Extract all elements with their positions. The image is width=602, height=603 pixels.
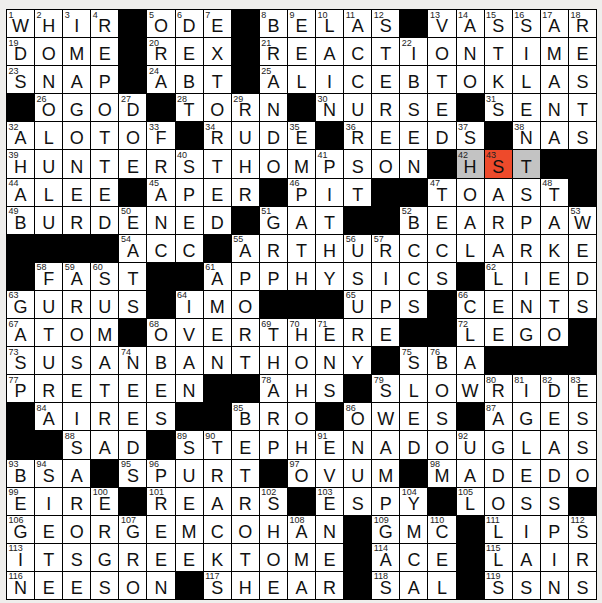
cell-r21-c4[interactable]: S bbox=[91, 572, 118, 599]
cell-r19-c4[interactable]: R bbox=[91, 516, 118, 543]
cell-r12-c7[interactable]: V bbox=[176, 319, 203, 346]
cell-r6-c1[interactable]: 39H bbox=[7, 150, 34, 177]
cell-r13-c1[interactable]: 73S bbox=[7, 347, 34, 374]
cell-r16-c19[interactable]: L bbox=[513, 431, 540, 458]
cell-r10-c15[interactable]: C bbox=[400, 263, 427, 290]
cell-r5-c20[interactable]: A bbox=[541, 122, 568, 149]
cell-r15-c6[interactable]: S bbox=[147, 403, 174, 430]
cell-r14-c12[interactable]: S bbox=[316, 375, 343, 402]
cell-r3-c1[interactable]: 23S bbox=[7, 66, 34, 93]
cell-r8-c5[interactable]: 50E bbox=[119, 207, 146, 234]
cell-r21-c11[interactable]: A bbox=[288, 572, 315, 599]
cell-r18-c10[interactable]: 102S bbox=[260, 488, 287, 515]
cell-r2-c8[interactable]: X bbox=[204, 38, 231, 65]
cell-r19-c8[interactable]: C bbox=[204, 516, 231, 543]
cell-r19-c6[interactable]: E bbox=[147, 516, 174, 543]
cell-r10-c4[interactable]: 60S bbox=[91, 263, 118, 290]
cell-r15-c3[interactable]: I bbox=[63, 403, 90, 430]
cell-r9-c11[interactable]: T bbox=[288, 235, 315, 262]
cell-r5-c6[interactable]: 33F bbox=[147, 122, 174, 149]
cell-r9-c14[interactable]: 57R bbox=[372, 235, 399, 262]
cell-r16-c20[interactable]: A bbox=[541, 431, 568, 458]
cell-r19-c10[interactable]: H bbox=[260, 516, 287, 543]
cell-r19-c14[interactable]: 109G bbox=[372, 516, 399, 543]
cell-r2-c11[interactable]: E bbox=[288, 38, 315, 65]
cell-r8-c10[interactable]: 51G bbox=[260, 207, 287, 234]
cell-r2-c20[interactable]: M bbox=[541, 38, 568, 65]
cell-r19-c12[interactable]: N bbox=[316, 516, 343, 543]
cell-r5-c3[interactable]: O bbox=[63, 122, 90, 149]
cell-r16-c4[interactable]: A bbox=[91, 431, 118, 458]
cell-r5-c16[interactable]: D bbox=[428, 122, 455, 149]
cell-r16-c9[interactable]: E bbox=[232, 431, 259, 458]
cell-r20-c9[interactable]: T bbox=[232, 544, 259, 571]
cell-r18-c12[interactable]: 103E bbox=[316, 488, 343, 515]
cell-r13-c5[interactable]: 74N bbox=[119, 347, 146, 374]
cell-r17-c5[interactable]: 95S bbox=[119, 460, 146, 487]
cell-r10-c14[interactable]: I bbox=[372, 263, 399, 290]
cell-r4-c20[interactable]: N bbox=[541, 94, 568, 121]
cell-r1-c12[interactable]: 10L bbox=[316, 10, 343, 37]
cell-r15-c13[interactable]: 86O bbox=[344, 403, 371, 430]
cell-r19-c11[interactable]: 108A bbox=[288, 516, 315, 543]
cell-r9-c9[interactable]: 55A bbox=[232, 235, 259, 262]
cell-r20-c21[interactable]: R bbox=[569, 544, 596, 571]
cell-r14-c1[interactable]: 77P bbox=[7, 375, 34, 402]
cell-r6-c17[interactable]: 42H bbox=[457, 150, 484, 177]
cell-r7-c8[interactable]: E bbox=[204, 179, 231, 206]
cell-r17-c3[interactable]: A bbox=[63, 460, 90, 487]
cell-r21-c14[interactable]: 118S bbox=[372, 572, 399, 599]
cell-r6-c5[interactable]: E bbox=[119, 150, 146, 177]
cell-r20-c1[interactable]: 113I bbox=[7, 544, 34, 571]
cell-r6-c15[interactable]: N bbox=[400, 150, 427, 177]
cell-r3-c7[interactable]: B bbox=[176, 66, 203, 93]
cell-r2-c18[interactable]: T bbox=[485, 38, 512, 65]
cell-r6-c6[interactable]: R bbox=[147, 150, 174, 177]
cell-r19-c18[interactable]: 111L bbox=[485, 516, 512, 543]
cell-r8-c4[interactable]: D bbox=[91, 207, 118, 234]
cell-r2-c4[interactable]: E bbox=[91, 38, 118, 65]
cell-r8-c11[interactable]: A bbox=[288, 207, 315, 234]
cell-r18-c8[interactable]: A bbox=[204, 488, 231, 515]
cell-r1-c14[interactable]: 12S bbox=[372, 10, 399, 37]
cell-r6-c4[interactable]: T bbox=[91, 150, 118, 177]
cell-r10-c19[interactable]: I bbox=[513, 263, 540, 290]
cell-r4-c16[interactable]: E bbox=[428, 94, 455, 121]
cell-r5-c10[interactable]: D bbox=[260, 122, 287, 149]
cell-r7-c4[interactable]: E bbox=[91, 179, 118, 206]
cell-r13-c8[interactable]: N bbox=[204, 347, 231, 374]
cell-r21-c19[interactable]: S bbox=[513, 572, 540, 599]
cell-r11-c21[interactable]: S bbox=[569, 291, 596, 318]
cell-r7-c7[interactable]: P bbox=[176, 179, 203, 206]
cell-r3-c12[interactable]: I bbox=[316, 66, 343, 93]
cell-r9-c6[interactable]: C bbox=[147, 235, 174, 262]
cell-r10-c16[interactable]: S bbox=[428, 263, 455, 290]
cell-r5-c19[interactable]: 38N bbox=[513, 122, 540, 149]
cell-r21-c1[interactable]: 116N bbox=[7, 572, 34, 599]
cell-r14-c17[interactable]: W bbox=[457, 375, 484, 402]
cell-r4-c7[interactable]: 28T bbox=[176, 94, 203, 121]
cell-r8-c15[interactable]: 52B bbox=[400, 207, 427, 234]
cell-r13-c12[interactable]: N bbox=[316, 347, 343, 374]
cell-r7-c19[interactable]: S bbox=[513, 179, 540, 206]
cell-r3-c11[interactable]: L bbox=[288, 66, 315, 93]
cell-r1-c21[interactable]: 18R bbox=[569, 10, 596, 37]
cell-r15-c14[interactable]: W bbox=[372, 403, 399, 430]
cell-r20-c18[interactable]: 115L bbox=[485, 544, 512, 571]
cell-r19-c2[interactable]: E bbox=[35, 516, 62, 543]
cell-r14-c19[interactable]: 81I bbox=[513, 375, 540, 402]
cell-r14-c11[interactable]: H bbox=[288, 375, 315, 402]
cell-r15-c10[interactable]: R bbox=[260, 403, 287, 430]
cell-r4-c15[interactable]: S bbox=[400, 94, 427, 121]
cell-r12-c2[interactable]: T bbox=[35, 319, 62, 346]
cell-r18-c14[interactable]: P bbox=[372, 488, 399, 515]
cell-r16-c21[interactable]: S bbox=[569, 431, 596, 458]
cell-r19-c3[interactable]: O bbox=[63, 516, 90, 543]
cell-r20-c19[interactable]: A bbox=[513, 544, 540, 571]
cell-r17-c12[interactable]: V bbox=[316, 460, 343, 487]
cell-r17-c19[interactable]: E bbox=[513, 460, 540, 487]
cell-r16-c14[interactable]: A bbox=[372, 431, 399, 458]
cell-r18-c7[interactable]: E bbox=[176, 488, 203, 515]
cell-r5-c5[interactable]: O bbox=[119, 122, 146, 149]
cell-r13-c15[interactable]: 75S bbox=[400, 347, 427, 374]
cell-r5-c13[interactable]: 36R bbox=[344, 122, 371, 149]
cell-r21-c2[interactable]: E bbox=[35, 572, 62, 599]
cell-r16-c7[interactable]: 89S bbox=[176, 431, 203, 458]
cell-r9-c7[interactable]: C bbox=[176, 235, 203, 262]
cell-r4-c18[interactable]: 31S bbox=[485, 94, 512, 121]
cell-r14-c2[interactable]: R bbox=[35, 375, 62, 402]
cell-r16-c3[interactable]: 88S bbox=[63, 431, 90, 458]
cell-r19-c5[interactable]: 107G bbox=[119, 516, 146, 543]
cell-r10-c21[interactable]: D bbox=[569, 263, 596, 290]
cell-r4-c14[interactable]: R bbox=[372, 94, 399, 121]
cell-r6-c3[interactable]: N bbox=[63, 150, 90, 177]
cell-r16-c10[interactable]: P bbox=[260, 431, 287, 458]
cell-r13-c11[interactable]: O bbox=[288, 347, 315, 374]
cell-r6-c14[interactable]: O bbox=[372, 150, 399, 177]
cell-r19-c7[interactable]: M bbox=[176, 516, 203, 543]
cell-r6-c9[interactable]: H bbox=[232, 150, 259, 177]
cell-r14-c5[interactable]: E bbox=[119, 375, 146, 402]
cell-r10-c12[interactable]: Y bbox=[316, 263, 343, 290]
cell-r17-c16[interactable]: 98M bbox=[428, 460, 455, 487]
cell-r13-c13[interactable]: Y bbox=[344, 347, 371, 374]
cell-r21-c8[interactable]: 117S bbox=[204, 572, 231, 599]
cell-r16-c18[interactable]: G bbox=[485, 431, 512, 458]
cell-r19-c19[interactable]: I bbox=[513, 516, 540, 543]
cell-r15-c16[interactable]: S bbox=[428, 403, 455, 430]
cell-r10-c18[interactable]: 62L bbox=[485, 263, 512, 290]
cell-r1-c10[interactable]: 8B bbox=[260, 10, 287, 37]
cell-r12-c3[interactable]: O bbox=[63, 319, 90, 346]
cell-r6-c18[interactable]: 43S bbox=[485, 150, 512, 177]
cell-r4-c2[interactable]: 26O bbox=[35, 94, 62, 121]
cell-r11-c17[interactable]: 66C bbox=[457, 291, 484, 318]
cell-r7-c1[interactable]: 44A bbox=[7, 179, 34, 206]
cell-r14-c10[interactable]: 78A bbox=[260, 375, 287, 402]
cell-r2-c17[interactable]: N bbox=[457, 38, 484, 65]
cell-r3-c21[interactable]: S bbox=[569, 66, 596, 93]
cell-r18-c20[interactable]: S bbox=[541, 488, 568, 515]
cell-r6-c11[interactable]: M bbox=[288, 150, 315, 177]
cell-r10-c2[interactable]: 58F bbox=[35, 263, 62, 290]
cell-r1-c6[interactable]: 5O bbox=[147, 10, 174, 37]
cell-r18-c1[interactable]: 99E bbox=[7, 488, 34, 515]
cell-r9-c17[interactable]: L bbox=[457, 235, 484, 262]
cell-r3-c10[interactable]: 25A bbox=[260, 66, 287, 93]
cell-r21-c5[interactable]: O bbox=[119, 572, 146, 599]
cell-r14-c20[interactable]: 82D bbox=[541, 375, 568, 402]
cell-r16-c12[interactable]: 91E bbox=[316, 431, 343, 458]
cell-r2-c7[interactable]: E bbox=[176, 38, 203, 65]
cell-r16-c5[interactable]: D bbox=[119, 431, 146, 458]
cell-r14-c15[interactable]: L bbox=[400, 375, 427, 402]
cell-r7-c17[interactable]: O bbox=[457, 179, 484, 206]
cell-r14-c14[interactable]: 79S bbox=[372, 375, 399, 402]
cell-r21-c9[interactable]: H bbox=[232, 572, 259, 599]
cell-r14-c4[interactable]: T bbox=[91, 375, 118, 402]
cell-r15-c11[interactable]: O bbox=[288, 403, 315, 430]
cell-r15-c15[interactable]: E bbox=[400, 403, 427, 430]
cell-r3-c3[interactable]: A bbox=[63, 66, 90, 93]
cell-r9-c20[interactable]: K bbox=[541, 235, 568, 262]
cell-r15-c9[interactable]: 85B bbox=[232, 403, 259, 430]
cell-r12-c10[interactable]: 69T bbox=[260, 319, 287, 346]
cell-r9-c18[interactable]: A bbox=[485, 235, 512, 262]
cell-r17-c17[interactable]: A bbox=[457, 460, 484, 487]
cell-r21-c16[interactable]: L bbox=[428, 572, 455, 599]
cell-r12-c1[interactable]: 67A bbox=[7, 319, 34, 346]
cell-r3-c2[interactable]: N bbox=[35, 66, 62, 93]
cell-r16-c17[interactable]: 92U bbox=[457, 431, 484, 458]
cell-r13-c10[interactable]: H bbox=[260, 347, 287, 374]
cell-r21-c12[interactable]: R bbox=[316, 572, 343, 599]
cell-r12-c9[interactable]: R bbox=[232, 319, 259, 346]
cell-r5-c15[interactable]: E bbox=[400, 122, 427, 149]
cell-r1-c2[interactable]: 2H bbox=[35, 10, 62, 37]
cell-r14-c18[interactable]: 80R bbox=[485, 375, 512, 402]
cell-r1-c20[interactable]: 17A bbox=[541, 10, 568, 37]
cell-r6-c2[interactable]: U bbox=[35, 150, 62, 177]
cell-r9-c10[interactable]: R bbox=[260, 235, 287, 262]
cell-r14-c3[interactable]: E bbox=[63, 375, 90, 402]
cell-r4-c13[interactable]: U bbox=[344, 94, 371, 121]
cell-r13-c4[interactable]: A bbox=[91, 347, 118, 374]
cell-r1-c1[interactable]: 1W bbox=[7, 10, 34, 37]
cell-r8-c16[interactable]: E bbox=[428, 207, 455, 234]
cell-r4-c4[interactable]: O bbox=[91, 94, 118, 121]
cell-r20-c15[interactable]: C bbox=[400, 544, 427, 571]
cell-r20-c8[interactable]: K bbox=[204, 544, 231, 571]
cell-r7-c18[interactable]: A bbox=[485, 179, 512, 206]
cell-r21-c18[interactable]: 119S bbox=[485, 572, 512, 599]
cell-r9-c21[interactable]: E bbox=[569, 235, 596, 262]
cell-r19-c16[interactable]: 110C bbox=[428, 516, 455, 543]
cell-r14-c7[interactable]: N bbox=[176, 375, 203, 402]
cell-r17-c20[interactable]: D bbox=[541, 460, 568, 487]
cell-r8-c7[interactable]: E bbox=[176, 207, 203, 234]
cell-r7-c16[interactable]: 47T bbox=[428, 179, 455, 206]
cell-r4-c9[interactable]: 29R bbox=[232, 94, 259, 121]
cell-r8-c12[interactable]: T bbox=[316, 207, 343, 234]
cell-r8-c6[interactable]: N bbox=[147, 207, 174, 234]
cell-r5-c14[interactable]: E bbox=[372, 122, 399, 149]
cell-r16-c15[interactable]: D bbox=[400, 431, 427, 458]
cell-r11-c19[interactable]: N bbox=[513, 291, 540, 318]
cell-r9-c16[interactable]: C bbox=[428, 235, 455, 262]
cell-r18-c17[interactable]: 105L bbox=[457, 488, 484, 515]
cell-r6-c7[interactable]: 40S bbox=[176, 150, 203, 177]
cell-r15-c18[interactable]: 87A bbox=[485, 403, 512, 430]
cell-r18-c9[interactable]: R bbox=[232, 488, 259, 515]
cell-r9-c12[interactable]: H bbox=[316, 235, 343, 262]
cell-r12-c20[interactable]: O bbox=[541, 319, 568, 346]
cell-r20-c11[interactable]: M bbox=[288, 544, 315, 571]
cell-r21-c20[interactable]: N bbox=[541, 572, 568, 599]
cell-r2-c1[interactable]: 19D bbox=[7, 38, 34, 65]
cell-r13-c2[interactable]: U bbox=[35, 347, 62, 374]
cell-r3-c16[interactable]: T bbox=[428, 66, 455, 93]
cell-r16-c8[interactable]: 90T bbox=[204, 431, 231, 458]
cell-r9-c19[interactable]: R bbox=[513, 235, 540, 262]
cell-r17-c9[interactable]: T bbox=[232, 460, 259, 487]
cell-r11-c5[interactable]: S bbox=[119, 291, 146, 318]
cell-r19-c9[interactable]: O bbox=[232, 516, 259, 543]
cell-r15-c5[interactable]: E bbox=[119, 403, 146, 430]
cell-r8-c3[interactable]: R bbox=[63, 207, 90, 234]
cell-r2-c15[interactable]: 22I bbox=[400, 38, 427, 65]
cell-r5-c1[interactable]: 32A bbox=[7, 122, 34, 149]
cell-r16-c13[interactable]: N bbox=[344, 431, 371, 458]
cell-r10-c3[interactable]: 59A bbox=[63, 263, 90, 290]
cell-r20-c20[interactable]: I bbox=[541, 544, 568, 571]
cell-r1-c18[interactable]: 15S bbox=[485, 10, 512, 37]
cell-r9-c15[interactable]: C bbox=[400, 235, 427, 262]
cell-r10-c5[interactable]: T bbox=[119, 263, 146, 290]
cell-r8-c19[interactable]: P bbox=[513, 207, 540, 234]
cell-r19-c1[interactable]: 106G bbox=[7, 516, 34, 543]
cell-r5-c8[interactable]: 34R bbox=[204, 122, 231, 149]
cell-r18-c2[interactable]: I bbox=[35, 488, 62, 515]
cell-r4-c12[interactable]: 30N bbox=[316, 94, 343, 121]
cell-r1-c16[interactable]: 13V bbox=[428, 10, 455, 37]
cell-r3-c19[interactable]: L bbox=[513, 66, 540, 93]
cell-r2-c12[interactable]: A bbox=[316, 38, 343, 65]
cell-r12-c17[interactable]: 72L bbox=[457, 319, 484, 346]
cell-r4-c5[interactable]: 27D bbox=[119, 94, 146, 121]
cell-r18-c13[interactable]: S bbox=[344, 488, 371, 515]
cell-r1-c7[interactable]: 6D bbox=[176, 10, 203, 37]
cell-r1-c4[interactable]: 4R bbox=[91, 10, 118, 37]
cell-r11-c3[interactable]: R bbox=[63, 291, 90, 318]
cell-r13-c16[interactable]: 76B bbox=[428, 347, 455, 374]
cell-r18-c18[interactable]: O bbox=[485, 488, 512, 515]
cell-r17-c2[interactable]: 94S bbox=[35, 460, 62, 487]
cell-r2-c10[interactable]: 21R bbox=[260, 38, 287, 65]
cell-r20-c2[interactable]: T bbox=[35, 544, 62, 571]
cell-r20-c12[interactable]: E bbox=[316, 544, 343, 571]
cell-r1-c3[interactable]: 3I bbox=[63, 10, 90, 37]
cell-r13-c3[interactable]: S bbox=[63, 347, 90, 374]
cell-r19-c20[interactable]: P bbox=[541, 516, 568, 543]
cell-r10-c8[interactable]: 61A bbox=[204, 263, 231, 290]
cell-r11-c4[interactable]: U bbox=[91, 291, 118, 318]
cell-r13-c17[interactable]: A bbox=[457, 347, 484, 374]
cell-r4-c21[interactable]: T bbox=[569, 94, 596, 121]
cell-r3-c18[interactable]: K bbox=[485, 66, 512, 93]
cell-r11-c13[interactable]: 65U bbox=[344, 291, 371, 318]
cell-r3-c8[interactable]: T bbox=[204, 66, 231, 93]
cell-r3-c6[interactable]: 24A bbox=[147, 66, 174, 93]
cell-r2-c14[interactable]: T bbox=[372, 38, 399, 65]
cell-r17-c7[interactable]: U bbox=[176, 460, 203, 487]
cell-r10-c9[interactable]: P bbox=[232, 263, 259, 290]
cell-r6-c10[interactable]: O bbox=[260, 150, 287, 177]
cell-r13-c9[interactable]: T bbox=[232, 347, 259, 374]
cell-r7-c13[interactable]: T bbox=[344, 179, 371, 206]
cell-r1-c19[interactable]: 16S bbox=[513, 10, 540, 37]
cell-r1-c8[interactable]: 7E bbox=[204, 10, 231, 37]
cell-r7-c9[interactable]: R bbox=[232, 179, 259, 206]
cell-r20-c14[interactable]: 114A bbox=[372, 544, 399, 571]
cell-r6-c12[interactable]: 41P bbox=[316, 150, 343, 177]
cell-r2-c6[interactable]: 20R bbox=[147, 38, 174, 65]
cell-r7-c11[interactable]: 46P bbox=[288, 179, 315, 206]
cell-r17-c6[interactable]: 96P bbox=[147, 460, 174, 487]
cell-r15-c2[interactable]: 84A bbox=[35, 403, 62, 430]
cell-r12-c14[interactable]: E bbox=[372, 319, 399, 346]
cell-r5-c21[interactable]: S bbox=[569, 122, 596, 149]
cell-r8-c8[interactable]: D bbox=[204, 207, 231, 234]
cell-r3-c4[interactable]: P bbox=[91, 66, 118, 93]
cell-r3-c14[interactable]: E bbox=[372, 66, 399, 93]
cell-r6-c19[interactable]: T bbox=[513, 150, 540, 177]
cell-r11-c1[interactable]: 63G bbox=[7, 291, 34, 318]
cell-r21-c21[interactable]: S bbox=[569, 572, 596, 599]
cell-r6-c8[interactable]: T bbox=[204, 150, 231, 177]
cell-r17-c8[interactable]: R bbox=[204, 460, 231, 487]
cell-r3-c13[interactable]: C bbox=[344, 66, 371, 93]
cell-r1-c11[interactable]: 9E bbox=[288, 10, 315, 37]
cell-r7-c20[interactable]: 48T bbox=[541, 179, 568, 206]
cell-r17-c18[interactable]: D bbox=[485, 460, 512, 487]
cell-r4-c19[interactable]: E bbox=[513, 94, 540, 121]
cell-r14-c6[interactable]: E bbox=[147, 375, 174, 402]
cell-r13-c7[interactable]: A bbox=[176, 347, 203, 374]
cell-r12-c11[interactable]: 70H bbox=[288, 319, 315, 346]
cell-r11-c8[interactable]: M bbox=[204, 291, 231, 318]
cell-r7-c3[interactable]: E bbox=[63, 179, 90, 206]
cell-r11-c18[interactable]: E bbox=[485, 291, 512, 318]
cell-r18-c6[interactable]: 101R bbox=[147, 488, 174, 515]
cell-r7-c6[interactable]: 45A bbox=[147, 179, 174, 206]
cell-r5-c11[interactable]: 35E bbox=[288, 122, 315, 149]
cell-r15-c19[interactable]: G bbox=[513, 403, 540, 430]
cell-r1-c17[interactable]: 14A bbox=[457, 10, 484, 37]
cell-r20-c3[interactable]: S bbox=[63, 544, 90, 571]
cell-r11-c2[interactable]: U bbox=[35, 291, 62, 318]
cell-r15-c21[interactable]: S bbox=[569, 403, 596, 430]
cell-r4-c3[interactable]: G bbox=[63, 94, 90, 121]
cell-r19-c21[interactable]: 112S bbox=[569, 516, 596, 543]
cell-r21-c6[interactable]: N bbox=[147, 572, 174, 599]
cell-r6-c13[interactable]: S bbox=[344, 150, 371, 177]
